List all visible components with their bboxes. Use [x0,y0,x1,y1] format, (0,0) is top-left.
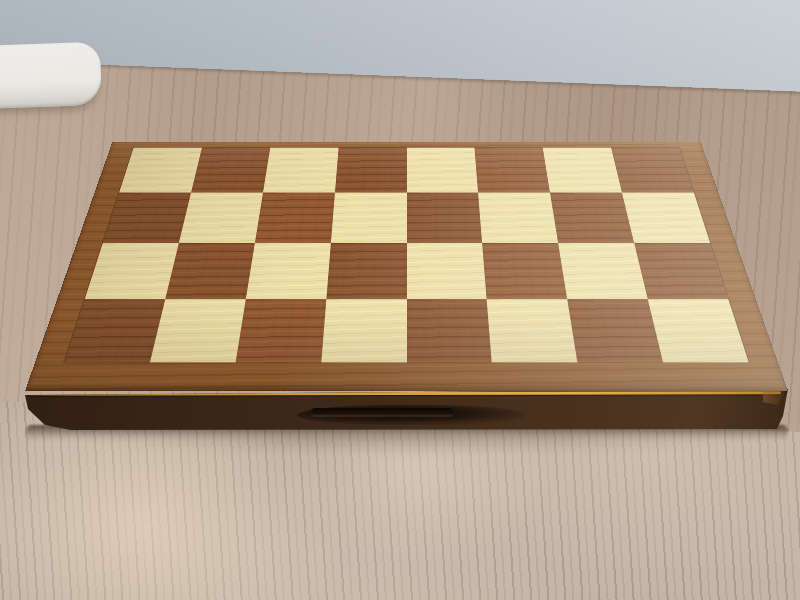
photo-scene [0,0,800,600]
table-surface [0,60,800,600]
handle-slot [311,408,453,416]
cutting-board-corner [0,42,102,110]
box-front-side [25,388,788,431]
box-right-endgrain [763,390,785,405]
